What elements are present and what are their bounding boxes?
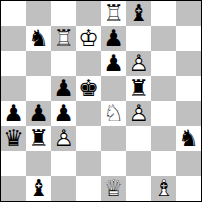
square-e3[interactable] xyxy=(101,126,126,151)
square-f5[interactable]: ♜ xyxy=(126,76,151,101)
white-rook[interactable]: ♜♖ xyxy=(51,26,76,51)
square-e1[interactable]: ♛♕ xyxy=(101,176,126,201)
black-pawn[interactable]: ♟ xyxy=(51,76,76,101)
square-a8[interactable] xyxy=(1,1,26,26)
black-knight[interactable]: ♞ xyxy=(26,26,51,51)
black-pawn[interactable]: ♟ xyxy=(1,101,26,126)
square-d8[interactable] xyxy=(76,1,101,26)
white-pawn[interactable]: ♟♙ xyxy=(51,126,76,151)
square-a6[interactable] xyxy=(1,51,26,76)
white-rook-glyph: ♖ xyxy=(101,1,126,26)
square-d2[interactable] xyxy=(76,151,101,176)
white-pawn[interactable]: ♟♙ xyxy=(126,51,151,76)
square-e6[interactable]: ♟ xyxy=(101,51,126,76)
square-b8[interactable] xyxy=(26,1,51,26)
white-pawn-glyph: ♙ xyxy=(126,51,151,76)
white-rook-glyph: ♖ xyxy=(51,26,76,51)
black-rook[interactable]: ♜ xyxy=(126,76,151,101)
square-d6[interactable] xyxy=(76,51,101,76)
square-e5[interactable] xyxy=(101,76,126,101)
square-g6[interactable] xyxy=(151,51,176,76)
board-frame: ♜♖♝♞♜♖♚♔♟♟♟♙♟♚♜♟♟♟♞♘♟♙♛♜♟♙♞♝♛♕♝♗ xyxy=(0,0,202,202)
square-h5[interactable] xyxy=(176,76,201,101)
square-d5[interactable]: ♚ xyxy=(76,76,101,101)
square-a7[interactable] xyxy=(1,26,26,51)
square-f1[interactable] xyxy=(126,176,151,201)
square-c5[interactable]: ♟ xyxy=(51,76,76,101)
square-b4[interactable]: ♟ xyxy=(26,101,51,126)
square-f8[interactable]: ♝ xyxy=(126,1,151,26)
square-c6[interactable] xyxy=(51,51,76,76)
black-king[interactable]: ♚ xyxy=(76,76,101,101)
square-c7[interactable]: ♜♖ xyxy=(51,26,76,51)
chess-board: ♜♖♝♞♜♖♚♔♟♟♟♙♟♚♜♟♟♟♞♘♟♙♛♜♟♙♞♝♛♕♝♗ xyxy=(1,1,201,201)
square-e2[interactable] xyxy=(101,151,126,176)
white-queen[interactable]: ♛♕ xyxy=(101,176,126,201)
square-d3[interactable] xyxy=(76,126,101,151)
square-a5[interactable] xyxy=(1,76,26,101)
white-knight[interactable]: ♞♘ xyxy=(101,101,126,126)
black-bishop[interactable]: ♝ xyxy=(126,1,151,26)
square-h3[interactable]: ♞ xyxy=(176,126,201,151)
square-c3[interactable]: ♟♙ xyxy=(51,126,76,151)
square-e8[interactable]: ♜♖ xyxy=(101,1,126,26)
square-b6[interactable] xyxy=(26,51,51,76)
white-pawn-glyph: ♙ xyxy=(126,101,151,126)
black-pawn[interactable]: ♟ xyxy=(51,101,76,126)
square-b1[interactable]: ♝ xyxy=(26,176,51,201)
square-c1[interactable] xyxy=(51,176,76,201)
square-f7[interactable] xyxy=(126,26,151,51)
square-c8[interactable] xyxy=(51,1,76,26)
black-pawn[interactable]: ♟ xyxy=(26,101,51,126)
square-a3[interactable]: ♛ xyxy=(1,126,26,151)
black-pawn[interactable]: ♟ xyxy=(101,26,126,51)
white-queen-glyph: ♕ xyxy=(101,176,126,201)
square-f6[interactable]: ♟♙ xyxy=(126,51,151,76)
black-rook[interactable]: ♜ xyxy=(26,126,51,151)
square-f2[interactable] xyxy=(126,151,151,176)
white-king[interactable]: ♚♔ xyxy=(76,26,101,51)
square-g2[interactable] xyxy=(151,151,176,176)
square-h1[interactable] xyxy=(176,176,201,201)
square-b5[interactable] xyxy=(26,76,51,101)
white-knight-glyph: ♘ xyxy=(101,101,126,126)
square-b3[interactable]: ♜ xyxy=(26,126,51,151)
square-f4[interactable]: ♟♙ xyxy=(126,101,151,126)
square-d1[interactable] xyxy=(76,176,101,201)
square-a2[interactable] xyxy=(1,151,26,176)
black-pawn[interactable]: ♟ xyxy=(101,51,126,76)
black-queen[interactable]: ♛ xyxy=(1,126,26,151)
black-knight[interactable]: ♞ xyxy=(176,126,201,151)
square-b7[interactable]: ♞ xyxy=(26,26,51,51)
square-g8[interactable] xyxy=(151,1,176,26)
square-g1[interactable]: ♝♗ xyxy=(151,176,176,201)
square-g5[interactable] xyxy=(151,76,176,101)
square-b2[interactable] xyxy=(26,151,51,176)
square-g7[interactable] xyxy=(151,26,176,51)
square-e4[interactable]: ♞♘ xyxy=(101,101,126,126)
square-c2[interactable] xyxy=(51,151,76,176)
square-h6[interactable] xyxy=(176,51,201,76)
square-a4[interactable]: ♟ xyxy=(1,101,26,126)
black-bishop[interactable]: ♝ xyxy=(26,176,51,201)
square-h2[interactable] xyxy=(176,151,201,176)
white-pawn-glyph: ♙ xyxy=(51,126,76,151)
square-h8[interactable] xyxy=(176,1,201,26)
white-pawn[interactable]: ♟♙ xyxy=(126,101,151,126)
white-king-glyph: ♔ xyxy=(76,26,101,51)
square-f3[interactable] xyxy=(126,126,151,151)
white-rook[interactable]: ♜♖ xyxy=(101,1,126,26)
square-a1[interactable] xyxy=(1,176,26,201)
square-c4[interactable]: ♟ xyxy=(51,101,76,126)
square-d7[interactable]: ♚♔ xyxy=(76,26,101,51)
square-g3[interactable] xyxy=(151,126,176,151)
square-h7[interactable] xyxy=(176,26,201,51)
square-e7[interactable]: ♟ xyxy=(101,26,126,51)
square-g4[interactable] xyxy=(151,101,176,126)
white-bishop[interactable]: ♝♗ xyxy=(151,176,176,201)
square-d4[interactable] xyxy=(76,101,101,126)
white-bishop-glyph: ♗ xyxy=(151,176,176,201)
square-h4[interactable] xyxy=(176,101,201,126)
